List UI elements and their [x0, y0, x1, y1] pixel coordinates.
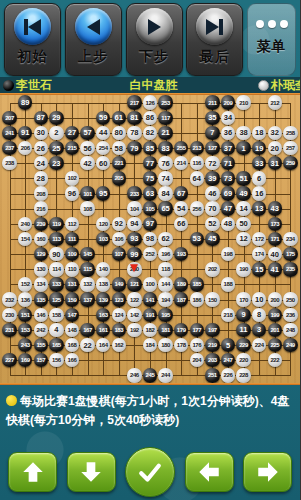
white-stone-178: 178 [174, 338, 188, 352]
white-stone-14: 14 [236, 201, 250, 215]
black-stone-247: 247 [221, 353, 235, 367]
black-stone-87: 87 [34, 111, 48, 125]
black-stone-99: 99 [127, 247, 141, 261]
black-stone-69: 69 [221, 186, 235, 200]
white-stone-106: 106 [112, 232, 126, 246]
white-stone-36: 36 [221, 126, 235, 140]
white-stone-60: 60 [96, 156, 110, 170]
white-stone-174: 174 [252, 247, 266, 261]
black-stone-243: 243 [18, 338, 32, 352]
black-stone-159: 159 [65, 292, 79, 306]
black-stone-41: 41 [268, 262, 282, 276]
white-stone-110: 110 [65, 262, 79, 276]
white-stone-198: 198 [221, 247, 235, 261]
white-stone-46: 46 [205, 186, 219, 200]
black-stone-165: 165 [49, 338, 63, 352]
white-stone-26: 26 [34, 141, 48, 155]
black-stone-115: 115 [80, 262, 94, 276]
black-stone-67: 67 [174, 186, 188, 200]
black-stone-113: 113 [49, 232, 63, 246]
white-stone-206: 206 [18, 141, 32, 155]
black-stone-93: 93 [127, 232, 141, 246]
black-stone-109: 109 [65, 247, 79, 261]
black-stone-43: 43 [268, 201, 282, 215]
black-stone-189: 189 [174, 277, 188, 291]
black-stone-173: 173 [268, 217, 282, 231]
white-stone-146: 146 [34, 308, 48, 322]
white-stone-194: 194 [158, 292, 172, 306]
white-stone-18: 18 [252, 126, 266, 140]
black-stone-7: 7 [205, 126, 219, 140]
white-stone-134: 134 [34, 277, 48, 291]
white-stone-204: 204 [190, 353, 204, 367]
menu-label: 菜单 [257, 38, 287, 56]
white-stone-150: 150 [205, 292, 219, 306]
white-stone-202: 202 [205, 262, 219, 276]
black-stone-235: 235 [283, 262, 297, 276]
white-stone-90: 90 [49, 247, 63, 261]
white-stone-222: 222 [268, 353, 282, 367]
black-stone-13: 13 [252, 201, 266, 215]
white-stone-142: 142 [127, 308, 141, 322]
black-stone-37: 37 [221, 141, 235, 155]
black-stone-91: 91 [18, 126, 32, 140]
black-stone-49: 49 [236, 186, 250, 200]
white-stone-252: 252 [143, 247, 157, 261]
white-stone-8: 8 [252, 308, 266, 322]
white-stone-66: 66 [174, 217, 188, 231]
black-stone-45: 45 [205, 232, 219, 246]
white-stone-112: 112 [65, 217, 79, 231]
black-stone-27: 27 [65, 126, 79, 140]
skip-forward-icon [196, 8, 233, 45]
white-stone-96: 96 [65, 186, 79, 200]
white-stone-164: 164 [96, 338, 110, 352]
white-stone-162: 162 [112, 338, 126, 352]
white-stone-230: 230 [2, 308, 16, 322]
white-stone-192: 192 [127, 323, 141, 337]
white-stone-160: 160 [34, 232, 48, 246]
black-stone-201: 201 [268, 323, 282, 337]
black-stone-249: 249 [283, 338, 297, 352]
black-stone-227: 227 [2, 353, 16, 367]
white-stone-188: 188 [221, 277, 235, 291]
white-stone-38: 38 [236, 126, 250, 140]
black-stone-129: 129 [34, 247, 48, 261]
white-stone-54: 54 [174, 201, 188, 215]
white-stone-180: 180 [158, 338, 172, 352]
white-stone-130: 130 [34, 262, 48, 276]
black-stone-197: 197 [205, 323, 219, 337]
black-stone-59: 59 [96, 111, 110, 125]
black-stone-213: 213 [190, 141, 204, 155]
white-stone-4: 4 [49, 323, 63, 337]
move-down-button[interactable] [67, 452, 116, 492]
black-stone-255: 255 [174, 141, 188, 155]
black-stone-175: 175 [283, 247, 297, 261]
black-stone-135: 135 [34, 292, 48, 306]
black-stone-21: 21 [158, 126, 172, 140]
white-stone-24: 24 [34, 156, 48, 170]
white-stone-172: 172 [252, 232, 266, 246]
white-stone-254: 254 [96, 141, 110, 155]
white-stone-216: 216 [34, 201, 48, 215]
black-stone-139: 139 [96, 292, 110, 306]
black-stone-229: 229 [236, 338, 250, 352]
white-stone-20: 20 [268, 141, 282, 155]
white-stone-256: 256 [190, 201, 204, 215]
black-stone-103: 103 [96, 232, 110, 246]
black-stone-211: 211 [205, 95, 219, 109]
white-stone-158: 158 [49, 308, 63, 322]
black-stone-209: 209 [221, 95, 235, 109]
black-stone-233: 233 [127, 186, 141, 200]
black-stone-51: 51 [236, 171, 250, 185]
arrow-up-icon [20, 459, 46, 485]
white-stone-6: 6 [252, 171, 266, 185]
black-stone-133: 133 [49, 277, 63, 291]
black-stone-3: 3 [252, 323, 266, 337]
black-stone-207: 207 [2, 111, 16, 125]
black-stone-205: 205 [112, 171, 126, 185]
move-left-button[interactable] [185, 452, 234, 492]
black-stone-57: 57 [80, 126, 94, 140]
white-stone-250: 250 [283, 292, 297, 306]
black-stone-61: 61 [112, 111, 126, 125]
black-player: 李世石 [0, 77, 130, 94]
white-stone-52: 52 [205, 217, 219, 231]
bullet-icon [6, 395, 17, 406]
black-stone-151: 151 [18, 308, 32, 322]
black-stone-149: 149 [112, 277, 126, 291]
black-stone-47: 47 [221, 201, 235, 215]
black-stone-105: 105 [143, 201, 157, 215]
black-stone-155: 155 [34, 338, 48, 352]
black-stone-65: 65 [158, 201, 172, 215]
white-stone-248: 248 [283, 323, 297, 337]
black-stone-23: 23 [49, 156, 63, 170]
white-stone-92: 92 [112, 217, 126, 231]
white-stone-238: 238 [2, 156, 16, 170]
black-stone-119: 119 [49, 217, 63, 231]
white-stone-10: 10 [252, 292, 266, 306]
black-stone-97: 97 [143, 217, 157, 231]
black-stone-77: 77 [143, 156, 157, 170]
white-stone-212: 212 [268, 95, 282, 109]
black-stone-259: 259 [283, 156, 297, 170]
white-stone-196: 196 [158, 247, 172, 261]
black-stone-193: 193 [174, 247, 188, 261]
white-stone-16: 16 [252, 186, 266, 200]
black-stone-181: 181 [158, 323, 172, 337]
black-stone-123: 123 [112, 292, 126, 306]
black-stone-79: 79 [127, 141, 141, 155]
black-stone-199: 199 [268, 308, 282, 322]
to-start-button[interactable]: 初始 [4, 3, 61, 76]
black-stone-5: 5 [221, 338, 235, 352]
black-stone-29: 29 [49, 111, 63, 125]
black-stone-25: 25 [49, 141, 63, 155]
white-stone-70: 70 [205, 201, 219, 215]
black-stone-131: 131 [65, 277, 79, 291]
go-replay-app: 初始上步下步最后菜单 李世石 白中盘胜 朴珉奎 8921712625321120… [0, 0, 300, 500]
black-stone-53: 53 [190, 232, 204, 246]
white-stone-86: 86 [143, 111, 157, 125]
white-stone-208: 208 [34, 186, 48, 200]
toolbar: 初始上步下步最后菜单 [0, 3, 300, 77]
white-stone-122: 122 [127, 292, 141, 306]
white-stone-246: 246 [127, 368, 141, 382]
move-right-button[interactable] [243, 452, 292, 492]
white-stone-176: 176 [190, 338, 204, 352]
black-stone-121: 121 [127, 277, 141, 291]
go-board: 8921712625321120921021220787295961818611… [0, 95, 300, 383]
black-stone-183: 183 [112, 323, 126, 337]
arrow-right-icon [255, 459, 281, 485]
white-stone-32: 32 [268, 126, 282, 140]
black-stone-73: 73 [221, 171, 235, 185]
black-stone-237: 237 [2, 141, 16, 155]
white-stone-48: 48 [221, 217, 235, 231]
white-stone-228: 228 [236, 368, 250, 382]
white-stone-186: 186 [190, 292, 204, 306]
skip-back-icon [14, 8, 51, 45]
step-back-button[interactable]: 上步 [65, 3, 122, 76]
white-stone-168: 168 [65, 338, 79, 352]
black-stone-177: 177 [190, 323, 204, 337]
confirm-button[interactable] [125, 447, 175, 497]
white-stone-78: 78 [127, 126, 141, 140]
white-stone-124: 124 [112, 308, 126, 322]
white-stone-144: 144 [158, 277, 172, 291]
black-stone-225: 225 [268, 338, 282, 352]
white-stone-184: 184 [143, 338, 157, 352]
tournament-notice: 每场比赛1盘慢棋(每方1小时，1次1分钟读秒)、4盘快棋(每方10分钟，5次40… [0, 388, 300, 433]
white-stone-190: 190 [236, 262, 250, 276]
black-stone-35: 35 [205, 111, 219, 125]
black-stone-63: 63 [143, 186, 157, 200]
black-stone-111: 111 [65, 232, 79, 246]
white-stone-2: 2 [49, 126, 63, 140]
white-stone-224: 224 [252, 338, 266, 352]
menu-dots-icon [256, 20, 288, 28]
black-stone-157: 157 [34, 353, 48, 367]
white-stone-126: 126 [143, 95, 157, 109]
white-stone-104: 104 [127, 201, 141, 215]
black-stone-11: 11 [236, 323, 250, 337]
white-stone-260: 260 [127, 262, 141, 276]
white-stone-102: 102 [65, 171, 79, 185]
black-stone-33: 33 [252, 156, 266, 170]
black-stone-19: 19 [252, 141, 266, 155]
white-stone-234: 234 [283, 232, 297, 246]
black-player-name: 李世石 [16, 77, 52, 94]
white-stone-132: 132 [80, 277, 94, 291]
white-stone-118: 118 [158, 262, 172, 276]
white-stone-170: 170 [236, 292, 250, 306]
black-stone-75: 75 [143, 171, 157, 185]
white-stone-82: 82 [143, 126, 157, 140]
step-back-icon [75, 8, 112, 45]
black-stone-185: 185 [190, 277, 204, 291]
to-start-label: 初始 [18, 48, 48, 66]
black-stone-107: 107 [112, 247, 126, 261]
black-stone-251: 251 [205, 368, 219, 382]
black-stone-101: 101 [80, 186, 94, 200]
white-stone-120: 120 [96, 217, 110, 231]
bottom-controls [0, 447, 300, 497]
black-stone-253: 253 [158, 95, 172, 109]
to-end-button[interactable]: 最后 [186, 3, 243, 76]
black-stone-125: 125 [49, 292, 63, 306]
white-stone-116: 116 [190, 156, 204, 170]
black-stone-145: 145 [80, 247, 94, 261]
black-stone-215: 215 [65, 141, 79, 155]
white-stone-50: 50 [236, 217, 250, 231]
black-stone-95: 95 [96, 186, 110, 200]
step-forward-icon [136, 8, 173, 45]
white-stone-98: 98 [143, 232, 157, 246]
black-stone-127: 127 [205, 141, 219, 155]
white-player-name: 朴珉奎 [271, 77, 300, 94]
black-stone-221: 221 [112, 156, 126, 170]
white-stone-154: 154 [18, 232, 32, 246]
white-stone-240: 240 [18, 217, 32, 231]
white-stone-62: 62 [158, 232, 172, 246]
white-stone-30: 30 [34, 126, 48, 140]
black-stone-153: 153 [18, 323, 32, 337]
white-stone-214: 214 [174, 156, 188, 170]
notice-text: 每场比赛1盘慢棋(每方1小时，1次1分钟读秒)、4盘快棋(每方10分钟，5次40… [6, 394, 289, 427]
black-stone-39: 39 [205, 171, 219, 185]
black-stone-231: 231 [2, 323, 16, 337]
white-stone-64: 64 [190, 171, 204, 185]
white-stone-236: 236 [283, 308, 297, 322]
white-stone-156: 156 [49, 353, 63, 367]
white-stone-148: 148 [65, 323, 79, 337]
black-stone-245: 245 [143, 368, 157, 382]
white-stone-80: 80 [112, 126, 126, 140]
white-stone-258: 258 [283, 126, 297, 140]
white-stone-244: 244 [158, 368, 172, 382]
white-stone-28: 28 [34, 171, 48, 185]
check-icon [135, 457, 165, 487]
white-stone-257: 257 [283, 141, 297, 155]
black-stone-239: 239 [34, 217, 48, 231]
white-stone-232: 232 [2, 292, 16, 306]
arrow-left-icon [196, 459, 222, 485]
white-stone-42: 42 [80, 156, 94, 170]
white-stone-152: 152 [18, 277, 32, 291]
step-back-label: 上步 [78, 48, 108, 66]
black-stone-191: 191 [143, 308, 157, 322]
black-stone-89: 89 [18, 95, 32, 109]
white-stone-56: 56 [80, 141, 94, 155]
arrow-down-icon [78, 459, 104, 485]
player-bar: 李世石 白中盘胜 朴珉奎 [0, 77, 300, 93]
white-stone-220: 220 [236, 353, 250, 367]
black-stone-147: 147 [65, 308, 79, 322]
white-stone-242: 242 [34, 323, 48, 337]
black-stone-1: 1 [236, 141, 250, 155]
move-up-button[interactable] [8, 452, 57, 492]
white-stone-40: 40 [268, 247, 282, 261]
white-stone-114: 114 [49, 262, 63, 276]
black-stone-81: 81 [127, 111, 141, 125]
black-stone-195: 195 [158, 308, 172, 322]
black-stone-217: 217 [127, 95, 141, 109]
black-stone-167: 167 [80, 323, 94, 337]
white-stone-210: 210 [236, 95, 250, 109]
white-stone-200: 200 [268, 292, 282, 306]
white-stone-58: 58 [112, 141, 126, 155]
black-stone-219: 219 [205, 338, 219, 352]
white-stone-108: 108 [80, 201, 94, 215]
white-stone-100: 100 [143, 277, 157, 291]
white-stone-12: 12 [236, 232, 250, 246]
black-stone-163: 163 [96, 308, 110, 322]
black-stone-203: 203 [205, 353, 219, 367]
white-stone-138: 138 [96, 277, 110, 291]
black-stone-241: 241 [2, 126, 16, 140]
white-stone-218: 218 [221, 308, 235, 322]
black-stone-171: 171 [268, 232, 282, 246]
separator-bottom [0, 383, 300, 385]
black-stone-137: 137 [80, 292, 94, 306]
white-stone-182: 182 [143, 323, 157, 337]
black-stone-15: 15 [252, 262, 266, 276]
black-stone-icon [3, 80, 14, 91]
game-result: 白中盘胜 [130, 77, 178, 94]
white-stone-74: 74 [158, 171, 172, 185]
white-stone-22: 22 [80, 338, 94, 352]
black-stone-85: 85 [143, 141, 157, 155]
white-stone-136: 136 [18, 292, 32, 306]
black-stone-71: 71 [221, 156, 235, 170]
black-stone-83: 83 [158, 141, 172, 155]
white-stone-140: 140 [96, 262, 110, 276]
black-stone-117: 117 [158, 111, 172, 125]
black-stone-141: 141 [143, 292, 157, 306]
menu-button[interactable]: 菜单 [247, 3, 296, 76]
white-stone-34: 34 [221, 111, 235, 125]
white-stone-84: 84 [158, 186, 172, 200]
black-stone-179: 179 [174, 323, 188, 337]
white-stone-94: 94 [127, 217, 141, 231]
step-forward-label: 下步 [139, 48, 169, 66]
black-stone-161: 161 [96, 323, 110, 337]
white-stone-72: 72 [205, 156, 219, 170]
white-stone-226: 226 [221, 368, 235, 382]
white-player: 朴珉奎 [178, 77, 301, 94]
black-stone-31: 31 [268, 156, 282, 170]
to-end-label: 最后 [200, 48, 230, 66]
white-stone-icon [258, 80, 269, 91]
step-forward-button[interactable]: 下步 [126, 3, 183, 76]
white-stone-166: 166 [65, 353, 79, 367]
white-stone-76: 76 [158, 156, 172, 170]
black-stone-169: 169 [18, 353, 32, 367]
black-stone-9: 9 [236, 308, 250, 322]
white-stone-44: 44 [96, 126, 110, 140]
last-move-marker [130, 265, 138, 273]
black-stone-187: 187 [174, 292, 188, 306]
